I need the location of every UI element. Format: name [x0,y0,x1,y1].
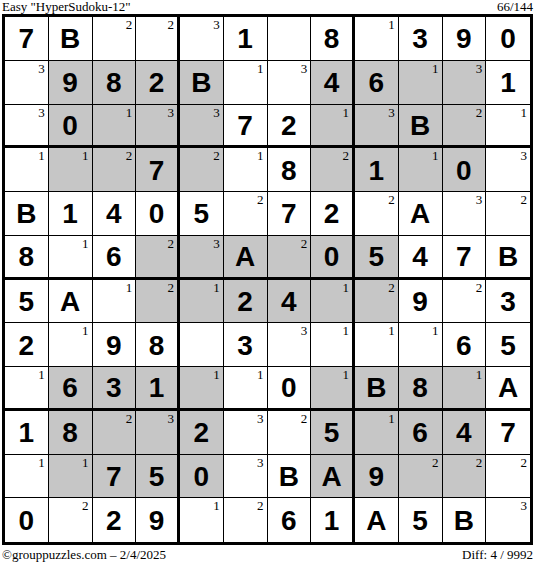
cell-value: 0 [149,200,165,228]
cell-r11c1[interactable]: 1 [5,455,49,499]
cell-value: 1 [62,200,78,228]
cell-value: 7 [149,157,165,185]
cell-r4c2[interactable]: 1 [49,148,93,192]
cell-r7c10[interactable]: 9 [399,280,443,324]
cell-r5c3[interactable]: 4 [93,192,137,236]
cell-value: 3 [237,332,253,360]
cell-r5c12[interactable]: 2 [486,192,530,236]
cell-r11c3[interactable]: 7 [93,455,137,499]
pencil-mark: 2 [388,281,395,294]
cell-value: B [16,200,36,228]
cell-value: 9 [106,332,122,360]
cell-r4c12[interactable]: 3 [486,148,530,192]
cell-r7c1[interactable]: 5 [5,280,49,324]
cell-value: 0 [324,243,340,271]
pencil-mark: 3 [257,412,264,425]
cell-r6c8[interactable]: 0 [311,236,355,280]
pencil-mark: 2 [126,412,133,425]
cell-value: 0 [62,112,78,140]
cell-value: 8 [106,69,122,97]
cell-r2c9[interactable]: 6 [355,61,399,105]
cell-r3c11[interactable]: 2 [443,105,487,149]
cell-r3c1[interactable]: 3 [5,105,49,149]
cell-r8c9[interactable]: 1 [355,323,399,367]
pencil-mark: 1 [126,106,133,119]
cell-r2c8[interactable]: 4 [311,61,355,105]
pencil-mark: 2 [168,237,175,250]
cell-r12c8[interactable]: 1 [311,498,355,542]
cell-r3c12[interactable]: 1 [486,105,530,149]
cell-r11c11[interactable]: 2 [443,455,487,499]
cell-value: 2 [194,419,210,447]
cell-r5c8[interactable]: 2 [311,192,355,236]
cell-value: 9 [412,288,428,316]
pencil-mark: 1 [343,368,350,381]
cell-r12c7[interactable]: 6 [268,498,312,542]
pencil-mark: 1 [213,281,220,294]
cell-r2c10[interactable]: 1 [399,61,443,105]
cell-r11c6[interactable]: 3 [224,455,268,499]
cell-value: 6 [281,507,297,535]
cell-r10c11[interactable]: 4 [443,411,487,455]
cell-r7c12[interactable]: 3 [486,280,530,324]
cell-r2c12[interactable]: 1 [486,61,530,105]
pencil-mark: 1 [388,412,395,425]
cell-r8c4[interactable]: 8 [136,323,180,367]
cell-r6c9[interactable]: 5 [355,236,399,280]
pencil-mark: 1 [213,499,220,512]
cell-r10c7[interactable]: 2 [268,411,312,455]
cell-value: B [60,25,80,53]
cell-r12c3[interactable]: 2 [93,498,137,542]
cell-r6c2[interactable]: 1 [49,236,93,280]
cell-r5c11[interactable]: 3 [443,192,487,236]
pencil-mark: 2 [257,499,264,512]
cell-value: 2 [19,332,35,360]
pencil-mark: 1 [343,281,350,294]
cell-r9c7[interactable]: 0 [268,367,312,411]
cell-r9c12[interactable]: A [486,367,530,411]
cell-value: A [322,463,342,491]
cell-r10c6[interactable]: 3 [224,411,268,455]
cell-r8c2[interactable]: 1 [49,323,93,367]
cell-value: 2 [106,507,122,535]
cell-value: 8 [412,374,428,402]
cell-value: 5 [149,463,165,491]
cell-r4c3[interactable]: 2 [93,148,137,192]
cell-r6c3[interactable]: 6 [93,236,137,280]
pencil-mark: 2 [168,18,175,31]
cell-value: 6 [369,69,385,97]
cell-r7c2[interactable]: A [49,280,93,324]
pencil-mark: 2 [168,281,175,294]
pencil-mark: 1 [388,18,395,31]
cell-value: A [498,374,518,402]
cell-value: B [454,507,474,535]
cell-r1c5[interactable]: 3 [180,17,224,61]
cell-r12c2[interactable]: 2 [49,498,93,542]
cell-r9c3[interactable]: 3 [93,367,137,411]
cell-r8c3[interactable]: 9 [93,323,137,367]
pencil-mark: 2 [301,237,308,250]
cell-r7c4[interactable]: 2 [136,280,180,324]
cell-r1c1[interactable]: 7 [5,17,49,61]
cell-r6c5[interactable]: 3 [180,236,224,280]
pencil-mark: 2 [521,193,528,206]
cell-r4c1[interactable]: 1 [5,148,49,192]
cell-value: 0 [281,374,297,402]
pencil-mark: 1 [38,456,45,469]
pencil-mark: 2 [388,193,395,206]
cell-r6c1[interactable]: 8 [5,236,49,280]
cell-r2c5[interactable]: B [180,61,224,105]
pencil-mark: 3 [257,456,264,469]
cell-value: 9 [149,507,165,535]
difficulty-label: Diff: 4 / 9992 [462,548,533,564]
cell-r3c7[interactable]: 2 [268,105,312,149]
pencil-mark: 1 [343,324,350,337]
cell-r8c5[interactable] [180,323,224,367]
cell-value: 1 [500,69,516,97]
cell-r2c7[interactable]: 3 [268,61,312,105]
cell-r9c6[interactable]: 1 [224,367,268,411]
cell-value: 6 [106,243,122,271]
cell-r2c2[interactable]: 9 [49,61,93,105]
cell-r8c11[interactable]: 6 [443,323,487,367]
pencil-mark: 3 [301,62,308,75]
cell-value: B [366,374,386,402]
cell-r1c3[interactable]: 2 [93,17,137,61]
cell-r1c9[interactable]: 1 [355,17,399,61]
cell-r1c2[interactable]: B [49,17,93,61]
cell-value: 8 [324,25,340,53]
cell-value: 4 [106,200,122,228]
cell-r10c9[interactable]: 1 [355,411,399,455]
puzzle-counter: 66/144 [497,0,533,14]
cell-r11c12[interactable]: 2 [486,455,530,499]
cell-value: 4 [281,288,297,316]
pencil-mark: 1 [388,324,395,337]
cell-value: 9 [62,69,78,97]
cell-r1c11[interactable]: 9 [443,17,487,61]
cell-value: 5 [194,200,210,228]
cell-r2c11[interactable]: 3 [443,61,487,105]
cell-value: A [235,243,255,271]
cell-value: A [410,200,430,228]
cell-r9c8[interactable]: 1 [311,367,355,411]
pencil-mark: 1 [432,324,439,337]
cell-value: 4 [456,419,472,447]
cell-value: 0 [500,25,516,53]
cell-r3c9[interactable]: 3 [355,105,399,149]
cell-value: 7 [106,463,122,491]
cell-r10c3[interactable]: 2 [93,411,137,455]
cell-r7c5[interactable]: 1 [180,280,224,324]
cell-r1c6[interactable]: 1 [224,17,268,61]
cell-r10c4[interactable]: 3 [136,411,180,455]
pencil-mark: 2 [257,193,264,206]
cell-value: 1 [324,507,340,535]
cell-value: 0 [19,507,35,535]
cell-value: 6 [412,419,428,447]
pencil-mark: 3 [168,106,175,119]
cell-value: 7 [500,419,516,447]
cell-value: 9 [369,463,385,491]
cell-r6c7[interactable]: 2 [268,236,312,280]
sudoku-board: 7B2231813903982B1346131301337213B2111272… [2,14,533,545]
cell-r9c4[interactable]: 1 [136,367,180,411]
cell-r10c10[interactable]: 6 [399,411,443,455]
cell-value: 2 [281,112,297,140]
cell-r12c9[interactable]: A [355,498,399,542]
cell-r12c4[interactable]: 9 [136,498,180,542]
cell-r5c10[interactable]: A [399,192,443,236]
cell-r11c8[interactable]: A [311,455,355,499]
pencil-mark: 1 [257,62,264,75]
cell-r4c8[interactable]: 2 [311,148,355,192]
cell-value: 1 [369,157,385,185]
footer: ©grouppuzzles.com – 2/4/2025 Diff: 4 / 9… [0,548,535,564]
cell-r7c7[interactable]: 4 [268,280,312,324]
pencil-mark: 3 [476,62,483,75]
cell-r4c6[interactable]: 1 [224,148,268,192]
cell-value: 2 [149,69,165,97]
cell-r2c3[interactable]: 8 [93,61,137,105]
cell-value: 3 [500,288,516,316]
cell-r9c10[interactable]: 8 [399,367,443,411]
cell-value: B [498,243,518,271]
pencil-mark: 2 [301,412,308,425]
cell-r11c4[interactable]: 5 [136,455,180,499]
cell-r8c1[interactable]: 2 [5,323,49,367]
cell-r3c10[interactable]: B [399,105,443,149]
pencil-mark: 3 [476,193,483,206]
pencil-mark: 3 [213,237,220,250]
cell-r11c10[interactable]: 2 [399,455,443,499]
cell-r8c7[interactable]: 3 [268,323,312,367]
pencil-mark: 1 [257,368,264,381]
cell-value: A [60,288,80,316]
cell-value: 5 [500,332,516,360]
cell-r2c4[interactable]: 2 [136,61,180,105]
cell-value: 1 [237,25,253,53]
cell-r9c5[interactable]: 1 [180,367,224,411]
cell-value: 0 [194,463,210,491]
cell-r5c9[interactable]: 2 [355,192,399,236]
cell-r10c8[interactable]: 5 [311,411,355,455]
header: Easy "HyperSudoku-12" 66/144 [0,0,535,14]
cell-r1c8[interactable]: 8 [311,17,355,61]
cell-r10c5[interactable]: 2 [180,411,224,455]
pencil-mark: 2 [126,149,133,162]
cell-r12c1[interactable]: 0 [5,498,49,542]
cell-r5c7[interactable]: 7 [268,192,312,236]
pencil-mark: 2 [476,456,483,469]
cell-r6c12[interactable]: B [486,236,530,280]
pencil-mark: 2 [126,18,133,31]
cell-r9c9[interactable]: B [355,367,399,411]
cell-r2c1[interactable]: 3 [5,61,49,105]
cell-r11c9[interactable]: 9 [355,455,399,499]
cell-r4c4[interactable]: 7 [136,148,180,192]
cell-value: 3 [106,374,122,402]
cell-value: 8 [19,243,35,271]
cell-r3c6[interactable]: 7 [224,105,268,149]
pencil-mark: 3 [213,18,220,31]
cell-r1c10[interactable]: 3 [399,17,443,61]
cell-r8c12[interactable]: 5 [486,323,530,367]
cell-r7c8[interactable]: 1 [311,280,355,324]
cell-r5c2[interactable]: 1 [49,192,93,236]
cell-r4c5[interactable]: 2 [180,148,224,192]
cell-r4c10[interactable]: 1 [399,148,443,192]
pencil-mark: 2 [213,149,220,162]
cell-r11c5[interactable]: 0 [180,455,224,499]
cell-value: 0 [456,157,472,185]
cell-value: 8 [281,157,297,185]
pencil-mark: 3 [38,62,45,75]
cell-value: B [279,463,299,491]
cell-r8c8[interactable]: 1 [311,323,355,367]
cell-value: 7 [281,200,297,228]
cell-value: 9 [456,25,472,53]
cell-r1c12[interactable]: 0 [486,17,530,61]
pencil-mark: 3 [168,412,175,425]
cell-r8c6[interactable]: 3 [224,323,268,367]
cell-value: A [366,507,386,535]
pencil-mark: 1 [432,62,439,75]
cell-r10c2[interactable]: 8 [49,411,93,455]
pencil-mark: 1 [126,281,133,294]
cell-r10c1[interactable]: 1 [5,411,49,455]
cell-r5c5[interactable]: 5 [180,192,224,236]
copyright-credit: ©grouppuzzles.com – 2/4/2025 [2,548,166,564]
cell-r3c5[interactable]: 3 [180,105,224,149]
pencil-mark: 3 [521,499,528,512]
pencil-mark: 3 [38,106,45,119]
pencil-mark: 1 [257,149,264,162]
cell-value: 7 [456,243,472,271]
cell-value: 8 [149,332,165,360]
page-title: Easy "HyperSudoku-12" [2,0,131,14]
pencil-mark: 2 [343,149,350,162]
pencil-mark: 1 [476,368,483,381]
cell-r9c2[interactable]: 6 [49,367,93,411]
cell-value: 3 [412,25,428,53]
cell-value: B [410,112,430,140]
pencil-mark: 1 [38,368,45,381]
pencil-mark: 1 [38,149,45,162]
pencil-mark: 1 [343,106,350,119]
cell-r8c10[interactable]: 1 [399,323,443,367]
cell-r4c9[interactable]: 1 [355,148,399,192]
cell-value: B [191,69,211,97]
cell-value: 7 [237,112,253,140]
cell-r6c11[interactable]: 7 [443,236,487,280]
cell-r7c3[interactable]: 1 [93,280,137,324]
cell-r12c5[interactable]: 1 [180,498,224,542]
cell-r1c4[interactable]: 2 [136,17,180,61]
cell-r9c11[interactable]: 1 [443,367,487,411]
cell-r12c10[interactable]: 5 [399,498,443,542]
pencil-mark: 2 [476,281,483,294]
pencil-mark: 1 [521,106,528,119]
pencil-mark: 1 [82,149,89,162]
cell-r7c11[interactable]: 2 [443,280,487,324]
pencil-mark: 2 [82,499,89,512]
cell-r3c2[interactable]: 0 [49,105,93,149]
cell-r9c1[interactable]: 1 [5,367,49,411]
pencil-mark: 2 [521,456,528,469]
cell-r5c4[interactable]: 0 [136,192,180,236]
pencil-mark: 3 [388,106,395,119]
pencil-mark: 1 [213,368,220,381]
cell-r4c7[interactable]: 8 [268,148,312,192]
cell-r1c7[interactable] [268,17,312,61]
cell-value: 7 [19,25,35,53]
cell-r11c7[interactable]: B [268,455,312,499]
pencil-mark: 1 [82,456,89,469]
pencil-mark: 2 [476,106,483,119]
cell-r3c4[interactable]: 3 [136,105,180,149]
cell-r5c6[interactable]: 2 [224,192,268,236]
cell-value: 4 [412,243,428,271]
cell-r4c11[interactable]: 0 [443,148,487,192]
pencil-mark: 2 [432,456,439,469]
pencil-mark: 3 [213,106,220,119]
cell-r6c6[interactable]: A [224,236,268,280]
cell-r2c6[interactable]: 1 [224,61,268,105]
pencil-mark: 1 [432,149,439,162]
cell-value: 5 [412,507,428,535]
cell-r12c6[interactable]: 2 [224,498,268,542]
cell-r6c10[interactable]: 4 [399,236,443,280]
cell-value: 1 [19,419,35,447]
cell-value: 5 [369,243,385,271]
cell-value: 2 [237,288,253,316]
cell-value: 5 [324,419,340,447]
cell-value: 5 [19,288,35,316]
cell-r3c3[interactable]: 1 [93,105,137,149]
cell-r6c4[interactable]: 2 [136,236,180,280]
cell-value: 6 [62,374,78,402]
cell-r7c9[interactable]: 2 [355,280,399,324]
cell-r10c12[interactable]: 7 [486,411,530,455]
pencil-mark: 3 [521,149,528,162]
pencil-mark: 1 [82,324,89,337]
pencil-mark: 3 [301,324,308,337]
cell-value: 4 [324,69,340,97]
cell-r7c6[interactable]: 2 [224,280,268,324]
cell-r5c1[interactable]: B [5,192,49,236]
cell-r12c12[interactable]: 3 [486,498,530,542]
cell-r12c11[interactable]: B [443,498,487,542]
cell-r11c2[interactable]: 1 [49,455,93,499]
cell-value: 2 [324,200,340,228]
cell-value: 6 [456,332,472,360]
cell-value: 1 [149,374,165,402]
cell-r3c8[interactable]: 1 [311,105,355,149]
pencil-mark: 1 [82,237,89,250]
cell-value: 8 [62,419,78,447]
